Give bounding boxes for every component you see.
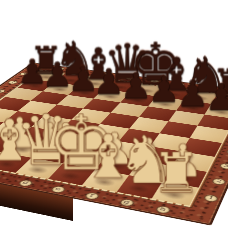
white-rook-glyph: ♜ (152, 146, 190, 201)
file-label: h (154, 205, 171, 214)
file-label: e (49, 185, 67, 193)
file-label: g (118, 198, 136, 207)
white-queen-glyph: ♛ (15, 105, 51, 175)
rank-label: 4 (226, 148, 228, 155)
chess-board: abcdefgh abcdefgh 87654321 87654321 ♜♞♝♛… (0, 62, 228, 225)
file-label: d (16, 179, 34, 187)
rank-label: 3 (219, 162, 228, 169)
rank-label: 1 (203, 194, 219, 203)
photo-stage: abcdefgh abcdefgh 87654321 87654321 ♜♞♝♛… (0, 0, 228, 228)
white-knight-glyph: ♞ (116, 128, 154, 194)
white-bishop-glyph: ♝ (81, 127, 118, 187)
rank-label: 2 (211, 177, 227, 185)
file-label: c (0, 173, 2, 181)
scene: abcdefgh abcdefgh 87654321 87654321 ♜♞♝♛… (0, 0, 228, 228)
white-king-glyph: ♚ (47, 105, 83, 181)
file-label: f (83, 192, 101, 201)
